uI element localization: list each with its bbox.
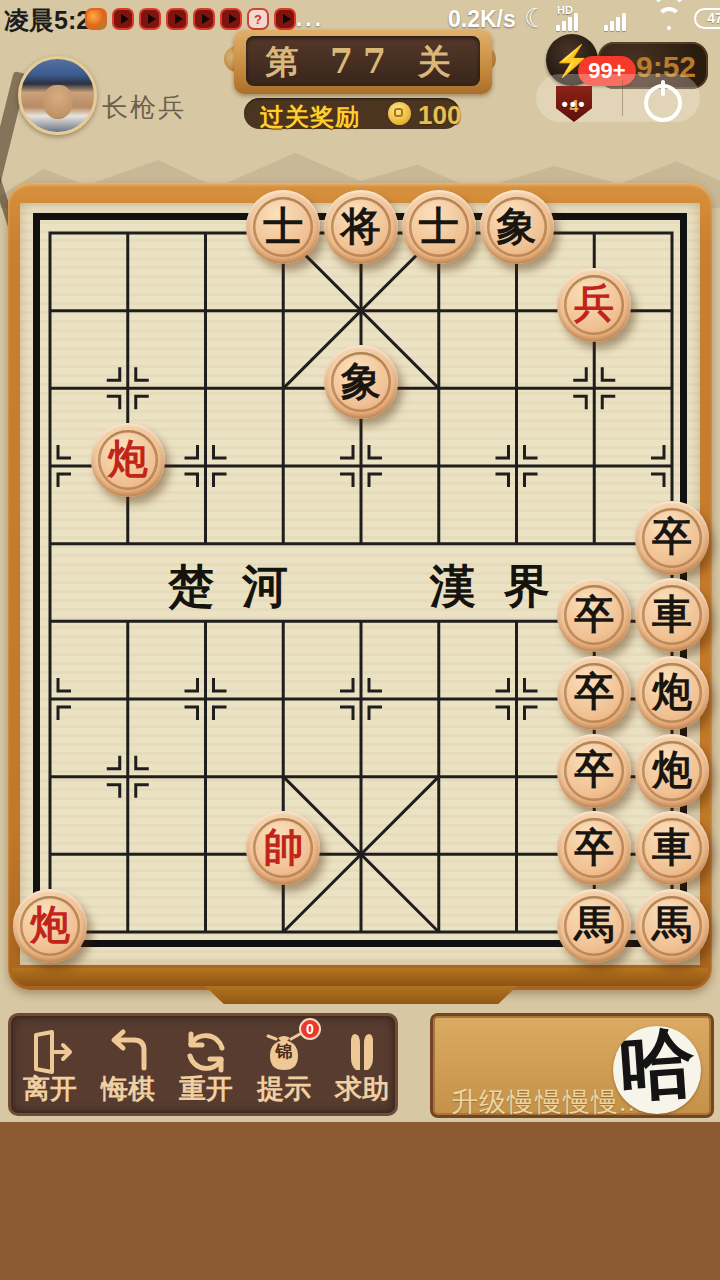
piece-character: 馬 bbox=[557, 888, 631, 962]
restart-button[interactable]: 重开 bbox=[167, 1016, 245, 1113]
help-button[interactable]: 求助 bbox=[323, 1016, 401, 1113]
undo-arrow-icon bbox=[104, 1028, 152, 1076]
piece-character: 炮 bbox=[635, 733, 709, 807]
notification-app-icon bbox=[85, 8, 107, 30]
piece-character: 象 bbox=[324, 344, 398, 418]
reward-amount: 100 bbox=[418, 100, 461, 131]
piece-馬-black[interactable]: 馬 bbox=[557, 889, 631, 963]
bag-character: 锦 bbox=[276, 1040, 293, 1063]
piece-馬-black[interactable]: 馬 bbox=[635, 889, 709, 963]
game-screen: 凌晨5:28 ? ··· 0.2K/s ☾ HD 47 长枪兵 第 77 关 过… bbox=[0, 0, 720, 1280]
notification-app-icon bbox=[166, 8, 188, 30]
piece-炮-black[interactable]: 炮 bbox=[635, 734, 709, 808]
piece-炮-red[interactable]: 炮 bbox=[13, 889, 87, 963]
toolbar: 离开 悔棋 重开 0 锦 提示 bbox=[8, 1013, 398, 1116]
avatar[interactable] bbox=[18, 56, 97, 135]
piece-象-black[interactable]: 象 bbox=[480, 190, 554, 264]
piece-車-black[interactable]: 車 bbox=[635, 811, 709, 885]
network-speed: 0.2K/s bbox=[448, 6, 516, 33]
praying-hands-icon bbox=[338, 1028, 386, 1076]
piece-character: 将 bbox=[324, 189, 398, 263]
notification-app-icon bbox=[220, 8, 242, 30]
piece-character: 象 bbox=[480, 189, 554, 263]
calligraphy-stamp: 哈 bbox=[613, 1026, 701, 1114]
piece-炮-red[interactable]: 炮 bbox=[91, 423, 165, 497]
piece-character: 士 bbox=[402, 189, 476, 263]
piece-卒-black[interactable]: 卒 bbox=[635, 501, 709, 575]
piece-帥-red[interactable]: 帥 bbox=[246, 811, 320, 885]
piece-character: 卒 bbox=[635, 500, 709, 574]
level-title: 第 77 关 bbox=[246, 40, 480, 85]
leave-button[interactable]: 离开 bbox=[11, 1016, 89, 1113]
battery-icon: 47 bbox=[694, 8, 720, 29]
dnd-moon-icon: ☾ bbox=[524, 3, 547, 34]
piece-将-black[interactable]: 将 bbox=[324, 190, 398, 264]
piece-車-black[interactable]: 車 bbox=[635, 578, 709, 652]
piece-character: 卒 bbox=[557, 655, 631, 729]
refresh-icon bbox=[182, 1028, 230, 1076]
piece-character: 兵 bbox=[557, 267, 631, 341]
piece-士-black[interactable]: 士 bbox=[246, 190, 320, 264]
piece-象-black[interactable]: 象 bbox=[324, 345, 398, 419]
player-name: 长枪兵 bbox=[102, 90, 186, 125]
piece-炮-black[interactable]: 炮 bbox=[635, 656, 709, 730]
hint-button[interactable]: 0 锦 提示 bbox=[245, 1016, 323, 1113]
river-label-right: 漢界 bbox=[430, 556, 578, 618]
promo-text: 升级慢慢慢慢... bbox=[451, 1084, 645, 1120]
piece-character: 卒 bbox=[557, 577, 631, 651]
ad-strip bbox=[0, 1122, 720, 1280]
promo-banner[interactable]: 升级慢慢慢慢... 哈 bbox=[430, 1013, 714, 1118]
piece-character: 卒 bbox=[557, 733, 631, 807]
power-button[interactable] bbox=[644, 84, 682, 122]
piece-character: 炮 bbox=[635, 655, 709, 729]
piece-character: 炮 bbox=[13, 888, 87, 962]
piece-character: 士 bbox=[246, 189, 320, 263]
divider bbox=[622, 80, 623, 116]
piece-character: 炮 bbox=[91, 422, 165, 496]
signal-icon bbox=[556, 12, 592, 31]
undo-button[interactable]: 悔棋 bbox=[89, 1016, 167, 1113]
piece-character: 馬 bbox=[635, 888, 709, 962]
piece-character: 車 bbox=[635, 577, 709, 651]
piece-卒-black[interactable]: 卒 bbox=[557, 656, 631, 730]
piece-卒-black[interactable]: 卒 bbox=[557, 578, 631, 652]
reward-label: 过关奖励 bbox=[260, 101, 360, 133]
notification-app-icon bbox=[193, 8, 215, 30]
more-menu-button[interactable]: ••• bbox=[554, 94, 594, 115]
door-exit-icon bbox=[26, 1028, 74, 1076]
piece-character: 帥 bbox=[246, 810, 320, 884]
river-label-left: 楚河 bbox=[168, 556, 316, 618]
hint-badge: 0 bbox=[299, 1018, 321, 1040]
board-tab bbox=[205, 986, 517, 1004]
piece-兵-red[interactable]: 兵 bbox=[557, 268, 631, 342]
piece-卒-black[interactable]: 卒 bbox=[557, 811, 631, 885]
signal-icon bbox=[604, 12, 640, 31]
coin-icon bbox=[388, 102, 411, 125]
piece-character: 車 bbox=[635, 810, 709, 884]
notification-app-icon bbox=[139, 8, 161, 30]
notification-app-icon bbox=[274, 8, 296, 30]
piece-卒-black[interactable]: 卒 bbox=[557, 734, 631, 808]
wifi-icon bbox=[652, 8, 686, 32]
notification-question-icon: ? bbox=[247, 8, 269, 30]
board-ledge bbox=[12, 968, 708, 986]
piece-士-black[interactable]: 士 bbox=[402, 190, 476, 264]
piece-character: 卒 bbox=[557, 810, 631, 884]
notification-app-icon bbox=[112, 8, 134, 30]
